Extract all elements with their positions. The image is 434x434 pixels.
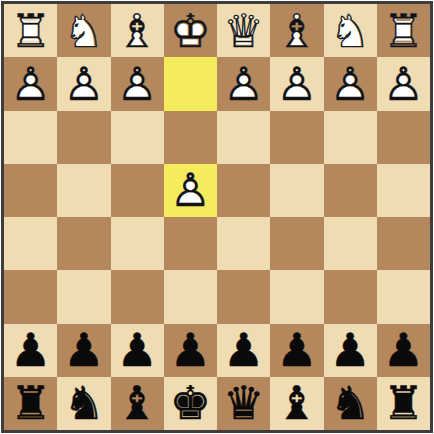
square-c4[interactable]: [270, 164, 323, 217]
square-a7[interactable]: ♟: [377, 324, 430, 377]
square-e5[interactable]: [164, 217, 217, 270]
square-h8[interactable]: ♜: [4, 377, 57, 430]
chess-board: ♜♖♞♘♝♗♚♔♛♕♝♗♞♘♜♖♟♙♟♙♟♙♟♙♟♙♟♙♟♙♟♙♟♟♟♟♟♟♟♟…: [4, 4, 430, 430]
white-rook-outline: ♖: [377, 4, 430, 57]
white-rook-outline: ♖: [4, 4, 57, 57]
square-e7[interactable]: ♟: [164, 324, 217, 377]
square-g4[interactable]: [57, 164, 110, 217]
white-bishop[interactable]: ♝♗: [270, 4, 323, 57]
white-knight[interactable]: ♞♘: [324, 4, 377, 57]
white-pawn[interactable]: ♟♙: [4, 57, 57, 110]
white-pawn-outline: ♙: [217, 57, 270, 110]
black-bishop-glyph: ♝: [270, 377, 323, 430]
square-d3[interactable]: [217, 111, 270, 164]
white-pawn-outline: ♙: [377, 57, 430, 110]
square-e8[interactable]: ♚: [164, 377, 217, 430]
black-pawn[interactable]: ♟: [377, 324, 430, 377]
square-f2[interactable]: ♟♙: [111, 57, 164, 110]
square-d4[interactable]: [217, 164, 270, 217]
white-pawn[interactable]: ♟♙: [270, 57, 323, 110]
black-bishop[interactable]: ♝: [270, 377, 323, 430]
white-pawn[interactable]: ♟♙: [324, 57, 377, 110]
black-bishop-glyph: ♝: [111, 377, 164, 430]
square-e2[interactable]: [164, 57, 217, 110]
black-knight-glyph: ♞: [57, 377, 110, 430]
black-king[interactable]: ♚: [164, 377, 217, 430]
white-pawn[interactable]: ♟♙: [57, 57, 110, 110]
square-d1[interactable]: ♛♕: [217, 4, 270, 57]
square-e6[interactable]: [164, 270, 217, 323]
black-pawn-glyph: ♟: [164, 324, 217, 377]
square-c7[interactable]: ♟: [270, 324, 323, 377]
square-b1[interactable]: ♞♘: [324, 4, 377, 57]
square-a6[interactable]: [377, 270, 430, 323]
square-c5[interactable]: [270, 217, 323, 270]
square-g5[interactable]: [57, 217, 110, 270]
square-d5[interactable]: [217, 217, 270, 270]
black-knight[interactable]: ♞: [57, 377, 110, 430]
white-rook[interactable]: ♜♖: [4, 4, 57, 57]
square-g3[interactable]: [57, 111, 110, 164]
square-c3[interactable]: [270, 111, 323, 164]
square-h1[interactable]: ♜♖: [4, 4, 57, 57]
white-queen[interactable]: ♛♕: [217, 4, 270, 57]
square-d6[interactable]: [217, 270, 270, 323]
black-rook[interactable]: ♜: [4, 377, 57, 430]
black-rook-glyph: ♜: [4, 377, 57, 430]
square-h7[interactable]: ♟: [4, 324, 57, 377]
chess-board-frame: ♜♖♞♘♝♗♚♔♛♕♝♗♞♘♜♖♟♙♟♙♟♙♟♙♟♙♟♙♟♙♟♙♟♟♟♟♟♟♟♟…: [1, 1, 433, 433]
square-f7[interactable]: ♟: [111, 324, 164, 377]
square-d8[interactable]: ♛: [217, 377, 270, 430]
white-pawn-outline: ♙: [164, 164, 217, 217]
square-e4[interactable]: ♟♙: [164, 164, 217, 217]
square-c2[interactable]: ♟♙: [270, 57, 323, 110]
black-pawn[interactable]: ♟: [217, 324, 270, 377]
square-e1[interactable]: ♚♔: [164, 4, 217, 57]
square-h4[interactable]: [4, 164, 57, 217]
square-a4[interactable]: [377, 164, 430, 217]
black-pawn-glyph: ♟: [270, 324, 323, 377]
square-b2[interactable]: ♟♙: [324, 57, 377, 110]
black-pawn[interactable]: ♟: [324, 324, 377, 377]
black-bishop[interactable]: ♝: [111, 377, 164, 430]
square-f1[interactable]: ♝♗: [111, 4, 164, 57]
square-e3[interactable]: [164, 111, 217, 164]
square-h5[interactable]: [4, 217, 57, 270]
white-pawn[interactable]: ♟♙: [111, 57, 164, 110]
black-knight-glyph: ♞: [324, 377, 377, 430]
square-a2[interactable]: ♟♙: [377, 57, 430, 110]
white-rook[interactable]: ♜♖: [377, 4, 430, 57]
white-pawn[interactable]: ♟♙: [217, 57, 270, 110]
white-queen-outline: ♕: [217, 4, 270, 57]
black-knight[interactable]: ♞: [324, 377, 377, 430]
white-knight-outline: ♘: [57, 4, 110, 57]
black-pawn[interactable]: ♟: [4, 324, 57, 377]
square-a5[interactable]: [377, 217, 430, 270]
square-c1[interactable]: ♝♗: [270, 4, 323, 57]
white-knight[interactable]: ♞♘: [57, 4, 110, 57]
square-a1[interactable]: ♜♖: [377, 4, 430, 57]
square-h6[interactable]: [4, 270, 57, 323]
black-pawn-glyph: ♟: [324, 324, 377, 377]
white-pawn-outline: ♙: [324, 57, 377, 110]
black-pawn-glyph: ♟: [217, 324, 270, 377]
white-bishop[interactable]: ♝♗: [111, 4, 164, 57]
square-g1[interactable]: ♞♘: [57, 4, 110, 57]
black-pawn-glyph: ♟: [57, 324, 110, 377]
square-g8[interactable]: ♞: [57, 377, 110, 430]
square-a3[interactable]: [377, 111, 430, 164]
white-bishop-outline: ♗: [270, 4, 323, 57]
black-pawn[interactable]: ♟: [164, 324, 217, 377]
white-king[interactable]: ♚♔: [164, 4, 217, 57]
chess-app-page: ♜♖♞♘♝♗♚♔♛♕♝♗♞♘♜♖♟♙♟♙♟♙♟♙♟♙♟♙♟♙♟♙♟♟♟♟♟♟♟♟…: [0, 0, 434, 434]
white-pawn-outline: ♙: [4, 57, 57, 110]
black-pawn-glyph: ♟: [377, 324, 430, 377]
square-c8[interactable]: ♝: [270, 377, 323, 430]
black-pawn[interactable]: ♟: [57, 324, 110, 377]
white-king-outline: ♔: [164, 4, 217, 57]
square-d7[interactable]: ♟: [217, 324, 270, 377]
white-knight-outline: ♘: [324, 4, 377, 57]
square-b4[interactable]: [324, 164, 377, 217]
white-bishop-outline: ♗: [111, 4, 164, 57]
square-c6[interactable]: [270, 270, 323, 323]
square-f8[interactable]: ♝: [111, 377, 164, 430]
white-pawn[interactable]: ♟♙: [164, 164, 217, 217]
square-g7[interactable]: ♟: [57, 324, 110, 377]
black-rook-glyph: ♜: [377, 377, 430, 430]
white-pawn-outline: ♙: [270, 57, 323, 110]
black-queen-glyph: ♛: [217, 377, 270, 430]
black-pawn-glyph: ♟: [4, 324, 57, 377]
black-pawn-glyph: ♟: [111, 324, 164, 377]
square-g6[interactable]: [57, 270, 110, 323]
square-a8[interactable]: ♜: [377, 377, 430, 430]
square-h3[interactable]: [4, 111, 57, 164]
square-b8[interactable]: ♞: [324, 377, 377, 430]
black-pawn[interactable]: ♟: [270, 324, 323, 377]
square-h2[interactable]: ♟♙: [4, 57, 57, 110]
white-pawn-outline: ♙: [57, 57, 110, 110]
square-f5[interactable]: [111, 217, 164, 270]
square-b3[interactable]: [324, 111, 377, 164]
square-g2[interactable]: ♟♙: [57, 57, 110, 110]
square-f4[interactable]: [111, 164, 164, 217]
square-b7[interactable]: ♟: [324, 324, 377, 377]
black-pawn[interactable]: ♟: [111, 324, 164, 377]
square-d2[interactable]: ♟♙: [217, 57, 270, 110]
square-b5[interactable]: [324, 217, 377, 270]
white-pawn-outline: ♙: [111, 57, 164, 110]
black-rook[interactable]: ♜: [377, 377, 430, 430]
black-queen[interactable]: ♛: [217, 377, 270, 430]
square-f3[interactable]: [111, 111, 164, 164]
square-f6[interactable]: [111, 270, 164, 323]
black-king-glyph: ♚: [164, 377, 217, 430]
square-b6[interactable]: [324, 270, 377, 323]
white-pawn[interactable]: ♟♙: [377, 57, 430, 110]
